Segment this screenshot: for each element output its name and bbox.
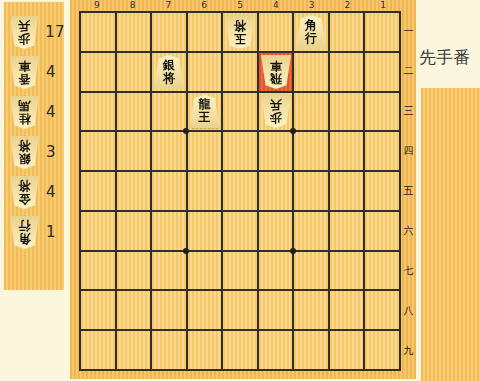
square-6-8[interactable] — [188, 291, 222, 329]
square-5-2[interactable] — [223, 53, 257, 91]
shogi-piece-gote: 玉将 — [225, 15, 255, 49]
square-7-5[interactable] — [152, 172, 186, 210]
square-2-3[interactable] — [330, 93, 364, 131]
square-2-1[interactable] — [330, 13, 364, 51]
hand-row: 金将4 — [4, 172, 64, 212]
square-1-7[interactable] — [365, 252, 399, 290]
square-9-4[interactable] — [81, 132, 115, 170]
square-5-3[interactable] — [223, 93, 257, 131]
square-5-7[interactable] — [223, 252, 257, 290]
shogi-piece-sente: 角行 — [296, 15, 326, 49]
piece-kanji: 飛車 — [270, 59, 282, 85]
square-1-4[interactable] — [365, 132, 399, 170]
square-4-4[interactable] — [259, 132, 293, 170]
hoshi-dot — [290, 248, 296, 254]
square-4-7[interactable] — [259, 252, 293, 290]
square-4-9[interactable] — [259, 331, 293, 369]
square-3-9[interactable] — [294, 331, 328, 369]
file-label-7: 7 — [151, 0, 187, 11]
square-7-8[interactable] — [152, 291, 186, 329]
square-2-4[interactable] — [330, 132, 364, 170]
shogi-piece-gote: 香車 — [10, 56, 39, 89]
sente-hand-stand — [421, 88, 480, 381]
hand-count: 4 — [46, 103, 64, 121]
square-7-2[interactable]: 銀将 — [152, 53, 186, 91]
turn-indicator: 先手番 — [419, 46, 479, 69]
square-6-4[interactable] — [188, 132, 222, 170]
shogi-piece-gote: 飛車 — [261, 55, 291, 89]
square-3-3[interactable] — [294, 93, 328, 131]
square-3-7[interactable] — [294, 252, 328, 290]
square-5-1[interactable]: 玉将 — [223, 13, 257, 51]
square-5-6[interactable] — [223, 212, 257, 250]
hand-row: 歩兵17 — [4, 12, 64, 52]
square-6-5[interactable] — [188, 172, 222, 210]
rank-labels: 一二三四五六七八九 — [401, 11, 416, 371]
square-3-1[interactable]: 角行 — [294, 13, 328, 51]
square-2-6[interactable] — [330, 212, 364, 250]
shogi-piece-gote: 桂馬 — [10, 96, 39, 129]
hand-count: 4 — [46, 63, 64, 81]
rank-label-4: 四 — [401, 131, 416, 171]
square-3-5[interactable] — [294, 172, 328, 210]
square-1-8[interactable] — [365, 291, 399, 329]
square-7-4[interactable] — [152, 132, 186, 170]
square-4-6[interactable] — [259, 212, 293, 250]
square-3-6[interactable] — [294, 212, 328, 250]
square-9-7[interactable] — [81, 252, 115, 290]
rank-label-1: 一 — [401, 11, 416, 51]
square-1-3[interactable] — [365, 93, 399, 131]
file-label-3: 3 — [294, 0, 330, 11]
hand-count: 4 — [46, 183, 64, 201]
square-8-3[interactable] — [117, 93, 151, 131]
piece-kanji: 歩兵 — [270, 98, 282, 124]
square-1-1[interactable] — [365, 13, 399, 51]
square-3-4[interactable] — [294, 132, 328, 170]
shogi-piece-gote: 歩兵 — [10, 16, 38, 49]
rank-label-2: 二 — [401, 51, 416, 91]
file-label-8: 8 — [115, 0, 151, 11]
shogi-piece-gote: 角行 — [10, 216, 39, 249]
rank-label-8: 八 — [401, 291, 416, 331]
square-6-6[interactable] — [188, 212, 222, 250]
piece-kanji: 銀将 — [19, 139, 31, 165]
piece-kanji: 角行 — [19, 219, 31, 245]
square-4-5[interactable] — [259, 172, 293, 210]
rank-label-6: 六 — [401, 211, 416, 251]
hoshi-dot — [290, 128, 296, 134]
rank-label-7: 七 — [401, 251, 416, 291]
square-8-6[interactable] — [117, 212, 151, 250]
square-8-5[interactable] — [117, 172, 151, 210]
file-label-6: 6 — [186, 0, 222, 11]
hoshi-dot — [183, 248, 189, 254]
rank-label-5: 五 — [401, 171, 416, 211]
square-7-3[interactable] — [152, 93, 186, 131]
square-1-2[interactable] — [365, 53, 399, 91]
shogi-piece-gote: 銀将 — [10, 136, 39, 169]
piece-kanji: 銀将 — [163, 59, 175, 85]
square-9-2[interactable] — [81, 53, 115, 91]
file-label-1: 1 — [365, 0, 401, 11]
hoshi-dot — [183, 128, 189, 134]
file-labels: 987654321 — [79, 0, 401, 11]
piece-kanji: 桂馬 — [19, 99, 31, 125]
square-8-9[interactable] — [117, 331, 151, 369]
square-1-5[interactable] — [365, 172, 399, 210]
square-9-9[interactable] — [81, 331, 115, 369]
square-5-8[interactable] — [223, 291, 257, 329]
rank-label-3: 三 — [401, 91, 416, 131]
hand-row: 角行1 — [4, 212, 64, 252]
shogi-piece-gote: 金将 — [10, 176, 39, 209]
shogi-piece-sente: 銀将 — [154, 55, 184, 89]
rank-label-9: 九 — [401, 331, 416, 371]
square-8-7[interactable] — [117, 252, 151, 290]
hand-count: 3 — [46, 143, 64, 161]
square-2-7[interactable] — [330, 252, 364, 290]
hand-row: 香車4 — [4, 52, 64, 92]
square-9-3[interactable] — [81, 93, 115, 131]
square-8-2[interactable] — [117, 53, 151, 91]
square-5-5[interactable] — [223, 172, 257, 210]
square-7-1[interactable] — [152, 13, 186, 51]
square-7-7[interactable] — [152, 252, 186, 290]
hand-row: 桂馬4 — [4, 92, 64, 132]
square-6-7[interactable] — [188, 252, 222, 290]
file-label-4: 4 — [258, 0, 294, 11]
hand-row: 銀将3 — [4, 132, 64, 172]
square-6-1[interactable] — [188, 13, 222, 51]
square-3-2[interactable] — [294, 53, 328, 91]
piece-kanji: 玉将 — [234, 19, 246, 45]
square-6-9[interactable] — [188, 331, 222, 369]
square-2-2[interactable] — [330, 53, 364, 91]
piece-kanji: 金将 — [19, 179, 31, 205]
file-label-5: 5 — [222, 0, 258, 11]
square-4-1[interactable] — [259, 13, 293, 51]
shogi-board: 987654321 一二三四五六七八九 玉将角行銀将飛車龍王歩兵 — [70, 0, 416, 379]
shogi-piece-sente: 龍王 — [189, 94, 219, 128]
file-label-9: 9 — [79, 0, 115, 11]
piece-kanji: 龍王 — [198, 98, 210, 124]
square-1-9[interactable] — [365, 331, 399, 369]
square-2-8[interactable] — [330, 291, 364, 329]
gote-hand-stand: 歩兵17香車4桂馬4銀将3金将4角行1 — [4, 2, 64, 290]
square-3-8[interactable] — [294, 291, 328, 329]
piece-kanji: 香車 — [19, 59, 31, 85]
square-8-1[interactable] — [117, 13, 151, 51]
square-7-9[interactable] — [152, 331, 186, 369]
square-2-9[interactable] — [330, 331, 364, 369]
square-6-3[interactable]: 龍王 — [188, 93, 222, 131]
square-9-8[interactable] — [81, 291, 115, 329]
square-5-4[interactable] — [223, 132, 257, 170]
piece-kanji: 角行 — [305, 19, 317, 45]
square-6-2[interactable] — [188, 53, 222, 91]
square-1-6[interactable] — [365, 212, 399, 250]
hand-count: 17 — [45, 23, 64, 41]
file-label-2: 2 — [329, 0, 365, 11]
square-9-5[interactable] — [81, 172, 115, 210]
shogi-piece-gote: 歩兵 — [261, 94, 291, 128]
square-4-3[interactable]: 歩兵 — [259, 93, 293, 131]
piece-kanji: 歩兵 — [18, 19, 30, 45]
square-8-8[interactable] — [117, 291, 151, 329]
hand-count: 1 — [46, 223, 64, 241]
square-4-8[interactable] — [259, 291, 293, 329]
square-5-9[interactable] — [223, 331, 257, 369]
square-9-6[interactable] — [81, 212, 115, 250]
square-8-4[interactable] — [117, 132, 151, 170]
square-7-6[interactable] — [152, 212, 186, 250]
square-2-5[interactable] — [330, 172, 364, 210]
board-grid: 玉将角行銀将飛車龍王歩兵 — [79, 11, 401, 371]
square-9-1[interactable] — [81, 13, 115, 51]
square-4-2[interactable]: 飛車 — [259, 53, 293, 91]
